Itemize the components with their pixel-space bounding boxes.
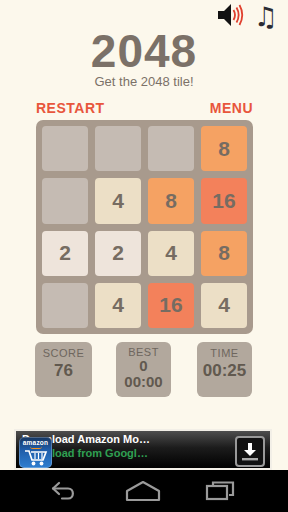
best-time-value: 00:00 (116, 374, 171, 390)
tile-r2c1 (42, 178, 88, 223)
time-value: 00:25 (197, 361, 252, 381)
ad-banner[interactable]: Download Amazon Mo… Download from Googl…… (14, 429, 272, 470)
time-label: TIME (197, 347, 252, 359)
back-icon[interactable] (50, 480, 80, 506)
recents-icon[interactable] (205, 480, 235, 506)
game-board[interactable]: 8 4 8 16 2 2 4 8 4 16 4 (36, 120, 253, 334)
score-label: SCORE (35, 347, 92, 359)
app-screen: ♫ 2048 Get the 2048 tile! RESTART MENU 8… (0, 0, 288, 512)
home-icon[interactable] (125, 480, 161, 506)
tile-r3c1: 2 (42, 231, 88, 276)
menu-button[interactable]: MENU (210, 100, 253, 116)
tile-r4c3: 16 (148, 283, 194, 328)
best-panel: BEST 0 00:00 (116, 342, 171, 397)
tile-r3c4: 8 (201, 231, 247, 276)
page-title: 2048 (0, 26, 288, 76)
android-nav-bar (0, 470, 288, 512)
time-panel: TIME 00:25 (197, 342, 252, 397)
tile-r4c4: 4 (201, 283, 247, 328)
tile-r1c1 (42, 126, 88, 171)
restart-button[interactable]: RESTART (36, 100, 105, 116)
ad-download-button[interactable] (235, 436, 265, 467)
menu-bar: RESTART MENU (36, 100, 253, 116)
tile-r2c3: 8 (148, 178, 194, 223)
page-subtitle: Get the 2048 tile! (0, 74, 288, 89)
score-value: 76 (35, 361, 92, 381)
best-value: 0 (116, 358, 171, 374)
tile-r2c2: 4 (95, 178, 141, 223)
tile-r2c4: 16 (201, 178, 247, 223)
shopping-cart-icon (23, 449, 49, 466)
tile-r4c2: 4 (95, 283, 141, 328)
tile-r3c3: 4 (148, 231, 194, 276)
tile-r3c2: 2 (95, 231, 141, 276)
tile-r1c2 (95, 126, 141, 171)
amazon-logo-text: amazon (19, 439, 52, 446)
download-icon (240, 441, 260, 462)
score-panel: SCORE 76 (35, 342, 92, 397)
amazon-app-icon: amazon (19, 437, 52, 468)
tile-r1c4: 8 (201, 126, 247, 171)
tile-r1c3 (148, 126, 194, 171)
tile-r4c1 (42, 283, 88, 328)
